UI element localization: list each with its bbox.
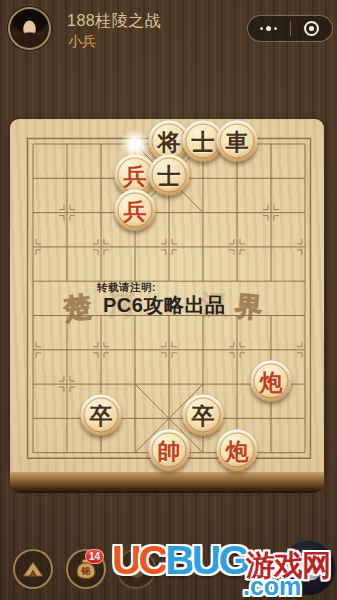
piece-char: 炮 (251, 361, 292, 402)
piece-char: 卒 (81, 395, 122, 436)
ucbug-logo: UCBUG (112, 538, 247, 583)
exit-button[interactable] (291, 16, 333, 41)
piece-red-soldier-2[interactable]: 兵 (115, 189, 156, 230)
mountain-arrow-icon (21, 559, 45, 579)
river-char-chu: 楚 (62, 288, 94, 327)
hint-count-badge: 14 (85, 549, 104, 564)
more-dots-icon (260, 26, 277, 31)
player-rank-label: 小兵 (68, 33, 96, 51)
menu-button[interactable] (13, 549, 53, 589)
app-screen: 188桂陵之战 小兵 楚 河 汉 界 转载请注明: PC6攻略出品 将士車兵士兵… (0, 0, 337, 600)
piece-red-cannon-1[interactable]: 炮 (251, 361, 292, 402)
watermark-brand-text: PC6攻略出品 (103, 292, 225, 319)
ucbug-dotcom-text: .com (243, 572, 301, 600)
player-avatar (8, 7, 51, 50)
stage-title: 188桂陵之战 (67, 11, 161, 32)
piece-char: 車 (217, 121, 258, 162)
piece-char: 兵 (115, 189, 156, 230)
piece-red-general[interactable]: 帥 (149, 429, 190, 470)
piece-red-cannon-2[interactable]: 炮 (217, 429, 258, 470)
wechat-capsule (247, 15, 333, 42)
board-bevel-edge (10, 472, 324, 493)
piece-char: 炮 (217, 429, 258, 470)
ucbug-letter: U (112, 538, 139, 583)
exit-target-icon (304, 21, 319, 36)
river-char-jie: 界 (233, 288, 264, 327)
piece-black-soldier-1[interactable]: 卒 (81, 395, 122, 436)
last-move-marker (120, 129, 150, 159)
ucbug-letter: U (192, 538, 219, 583)
ucbug-letter: B (165, 538, 192, 583)
piece-black-chariot[interactable]: 車 (217, 121, 258, 162)
svg-text:锦: 锦 (81, 566, 91, 576)
more-button[interactable] (248, 16, 290, 41)
piece-char: 帥 (149, 429, 190, 470)
ucbug-letter: C (139, 538, 166, 583)
